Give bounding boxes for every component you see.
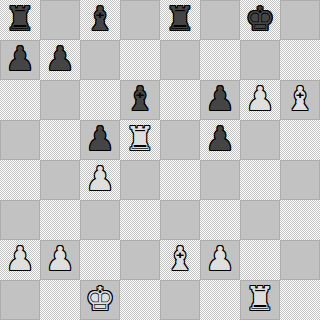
square-a8[interactable]: ♜: [0, 0, 40, 40]
square-h7[interactable]: [280, 40, 320, 80]
piece-black-rook-e8[interactable]: ♜: [165, 0, 195, 39]
square-g7[interactable]: [240, 40, 280, 80]
piece-black-rook-a8[interactable]: ♜: [5, 0, 35, 39]
square-d4[interactable]: [120, 160, 160, 200]
square-h4[interactable]: [280, 160, 320, 200]
square-g1[interactable]: ♜: [240, 280, 280, 320]
square-f4[interactable]: [200, 160, 240, 200]
square-d5[interactable]: ♜: [120, 120, 160, 160]
square-f5[interactable]: ♟: [200, 120, 240, 160]
square-d7[interactable]: [120, 40, 160, 80]
chess-board: ♜♝♜♚♟♟♝♟♟♝♟♜♟♟♟♟♝♟♚♜: [0, 0, 320, 320]
square-g5[interactable]: [240, 120, 280, 160]
square-f7[interactable]: [200, 40, 240, 80]
piece-white-pawn-f2[interactable]: ♟: [205, 239, 235, 279]
piece-white-bishop-e2[interactable]: ♝: [165, 239, 195, 279]
square-a6[interactable]: [0, 80, 40, 120]
square-c5[interactable]: ♟: [80, 120, 120, 160]
square-e3[interactable]: [160, 200, 200, 240]
square-a4[interactable]: [0, 160, 40, 200]
square-e6[interactable]: [160, 80, 200, 120]
square-c7[interactable]: [80, 40, 120, 80]
piece-black-pawn-f5[interactable]: ♟: [205, 119, 235, 159]
square-f1[interactable]: [200, 280, 240, 320]
square-b6[interactable]: [40, 80, 80, 120]
square-c1[interactable]: ♚: [80, 280, 120, 320]
square-a2[interactable]: ♟: [0, 240, 40, 280]
piece-white-pawn-a2[interactable]: ♟: [5, 239, 35, 279]
square-d2[interactable]: [120, 240, 160, 280]
piece-white-rook-g1[interactable]: ♜: [245, 279, 275, 319]
square-a5[interactable]: [0, 120, 40, 160]
square-e5[interactable]: [160, 120, 200, 160]
square-d8[interactable]: [120, 0, 160, 40]
square-c2[interactable]: [80, 240, 120, 280]
square-h2[interactable]: [280, 240, 320, 280]
square-h3[interactable]: [280, 200, 320, 240]
piece-white-king-c1[interactable]: ♚: [85, 279, 115, 319]
piece-white-pawn-g6[interactable]: ♟: [245, 79, 275, 119]
square-h8[interactable]: [280, 0, 320, 40]
square-g8[interactable]: ♚: [240, 0, 280, 40]
square-e1[interactable]: [160, 280, 200, 320]
piece-black-bishop-d6[interactable]: ♝: [125, 79, 155, 119]
square-c6[interactable]: [80, 80, 120, 120]
square-c3[interactable]: [80, 200, 120, 240]
piece-black-king-g8[interactable]: ♚: [245, 0, 275, 39]
square-c4[interactable]: ♟: [80, 160, 120, 200]
piece-white-pawn-b2[interactable]: ♟: [45, 239, 75, 279]
square-a3[interactable]: [0, 200, 40, 240]
square-b4[interactable]: [40, 160, 80, 200]
square-h6[interactable]: ♝: [280, 80, 320, 120]
piece-black-pawn-f6[interactable]: ♟: [205, 79, 235, 119]
square-f3[interactable]: [200, 200, 240, 240]
piece-white-pawn-c4[interactable]: ♟: [85, 159, 115, 199]
square-b8[interactable]: [40, 0, 80, 40]
piece-black-pawn-b7[interactable]: ♟: [45, 39, 75, 79]
square-g3[interactable]: [240, 200, 280, 240]
piece-white-rook-d5[interactable]: ♜: [125, 119, 155, 159]
square-a7[interactable]: ♟: [0, 40, 40, 80]
piece-black-pawn-c5[interactable]: ♟: [85, 119, 115, 159]
square-b1[interactable]: [40, 280, 80, 320]
piece-black-pawn-a7[interactable]: ♟: [5, 39, 35, 79]
square-h1[interactable]: [280, 280, 320, 320]
square-d6[interactable]: ♝: [120, 80, 160, 120]
square-e2[interactable]: ♝: [160, 240, 200, 280]
square-e4[interactable]: [160, 160, 200, 200]
square-g2[interactable]: [240, 240, 280, 280]
square-h5[interactable]: [280, 120, 320, 160]
square-g6[interactable]: ♟: [240, 80, 280, 120]
square-a1[interactable]: [0, 280, 40, 320]
square-c8[interactable]: ♝: [80, 0, 120, 40]
square-b7[interactable]: ♟: [40, 40, 80, 80]
square-b2[interactable]: ♟: [40, 240, 80, 280]
square-g4[interactable]: [240, 160, 280, 200]
square-b5[interactable]: [40, 120, 80, 160]
square-f8[interactable]: [200, 0, 240, 40]
piece-black-bishop-c8[interactable]: ♝: [85, 0, 115, 39]
square-d1[interactable]: [120, 280, 160, 320]
square-f2[interactable]: ♟: [200, 240, 240, 280]
square-e8[interactable]: ♜: [160, 0, 200, 40]
square-f6[interactable]: ♟: [200, 80, 240, 120]
square-b3[interactable]: [40, 200, 80, 240]
square-d3[interactable]: [120, 200, 160, 240]
piece-white-bishop-h6[interactable]: ♝: [285, 79, 315, 119]
square-e7[interactable]: [160, 40, 200, 80]
